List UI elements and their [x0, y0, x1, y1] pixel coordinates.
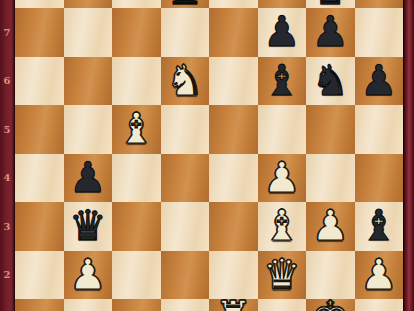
square-f1[interactable] — [258, 299, 307, 311]
square-c2[interactable] — [112, 251, 161, 300]
black-pawn-f7[interactable]: ♟ — [258, 8, 307, 57]
white-pawn-f4[interactable]: ♟ — [258, 154, 307, 203]
square-a1[interactable] — [15, 299, 64, 311]
square-e5[interactable] — [209, 105, 258, 154]
square-c4[interactable] — [112, 154, 161, 203]
square-h6[interactable]: ♟ — [355, 57, 404, 106]
rank-label-5: 5 — [1, 123, 13, 136]
square-c1[interactable] — [112, 299, 161, 311]
black-pawn-h6[interactable]: ♟ — [355, 57, 404, 106]
square-h2[interactable]: ♟ — [355, 251, 404, 300]
square-h7[interactable] — [355, 8, 404, 57]
square-a7[interactable] — [15, 8, 64, 57]
square-f5[interactable] — [258, 105, 307, 154]
square-e8[interactable] — [209, 0, 258, 8]
white-knight-d6[interactable]: ♞ — [161, 57, 210, 106]
square-f3[interactable]: ♝ — [258, 202, 307, 251]
rank-label-2: 2 — [1, 268, 13, 281]
square-c5[interactable]: ♝ — [112, 105, 161, 154]
square-g7[interactable]: ♟ — [306, 8, 355, 57]
black-bishop-f6[interactable]: ♝ — [258, 57, 307, 106]
square-a3[interactable] — [15, 202, 64, 251]
square-d6[interactable]: ♞ — [161, 57, 210, 106]
black-pawn-b4[interactable]: ♟ — [64, 154, 113, 203]
square-e1[interactable]: ♜ — [209, 299, 258, 311]
rank-label-7: 7 — [1, 26, 13, 39]
square-d1[interactable] — [161, 299, 210, 311]
square-f7[interactable]: ♟ — [258, 8, 307, 57]
square-a6[interactable] — [15, 57, 64, 106]
square-a5[interactable] — [15, 105, 64, 154]
board-frame-right — [403, 0, 414, 311]
white-king-g1[interactable]: ♚ — [306, 293, 355, 311]
square-a2[interactable] — [15, 251, 64, 300]
square-h5[interactable] — [355, 105, 404, 154]
square-b4[interactable]: ♟ — [64, 154, 113, 203]
square-d3[interactable] — [161, 202, 210, 251]
square-d4[interactable] — [161, 154, 210, 203]
black-knight-g6[interactable]: ♞ — [306, 57, 355, 106]
square-h8[interactable] — [355, 0, 404, 8]
square-c8[interactable] — [112, 0, 161, 8]
square-h1[interactable] — [355, 299, 404, 311]
square-b1[interactable] — [64, 299, 113, 311]
square-b7[interactable] — [64, 8, 113, 57]
white-queen-f2[interactable]: ♛ — [258, 251, 307, 300]
black-bishop-h3[interactable]: ♝ — [355, 202, 404, 251]
square-g4[interactable] — [306, 154, 355, 203]
square-b2[interactable]: ♟ — [64, 251, 113, 300]
square-g1[interactable]: ♚ — [306, 299, 355, 311]
white-pawn-b2[interactable]: ♟ — [64, 251, 113, 300]
square-b3[interactable]: ♛ — [64, 202, 113, 251]
square-b8[interactable] — [64, 0, 113, 8]
square-c6[interactable] — [112, 57, 161, 106]
square-d8[interactable]: ♜ — [161, 0, 210, 8]
square-c7[interactable] — [112, 8, 161, 57]
square-e6[interactable] — [209, 57, 258, 106]
chess-board: ♜♚♟♟♞♝♞♟♝♟♟♛♝♟♝♟♛♟♜♚ — [15, 0, 403, 311]
square-f4[interactable]: ♟ — [258, 154, 307, 203]
square-b6[interactable] — [64, 57, 113, 106]
white-pawn-h2[interactable]: ♟ — [355, 251, 404, 300]
chess-diagram: ♜♚♟♟♞♝♞♟♝♟♟♛♝♟♝♟♛♟♜♚ 765432 — [0, 0, 414, 311]
square-f2[interactable]: ♛ — [258, 251, 307, 300]
square-c3[interactable] — [112, 202, 161, 251]
square-b5[interactable] — [64, 105, 113, 154]
square-g3[interactable]: ♟ — [306, 202, 355, 251]
white-pawn-g3[interactable]: ♟ — [306, 202, 355, 251]
white-bishop-f3[interactable]: ♝ — [258, 202, 307, 251]
square-d2[interactable] — [161, 251, 210, 300]
black-queen-b3[interactable]: ♛ — [64, 202, 113, 251]
square-g5[interactable] — [306, 105, 355, 154]
rank-label-3: 3 — [1, 220, 13, 233]
square-e3[interactable] — [209, 202, 258, 251]
square-h3[interactable]: ♝ — [355, 202, 404, 251]
square-e7[interactable] — [209, 8, 258, 57]
black-pawn-g7[interactable]: ♟ — [306, 8, 355, 57]
square-e4[interactable] — [209, 154, 258, 203]
square-f6[interactable]: ♝ — [258, 57, 307, 106]
white-bishop-c5[interactable]: ♝ — [112, 105, 161, 154]
board-frame-left: 765432 — [0, 0, 15, 311]
rank-label-6: 6 — [1, 74, 13, 87]
square-g6[interactable]: ♞ — [306, 57, 355, 106]
square-h4[interactable] — [355, 154, 404, 203]
square-a8[interactable] — [15, 0, 64, 8]
square-d5[interactable] — [161, 105, 210, 154]
white-rook-e1[interactable]: ♜ — [209, 293, 258, 311]
square-a4[interactable] — [15, 154, 64, 203]
rank-label-4: 4 — [1, 171, 13, 184]
square-d7[interactable] — [161, 8, 210, 57]
